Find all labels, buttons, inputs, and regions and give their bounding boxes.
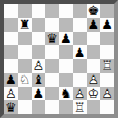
square-a3[interactable]: ♟ xyxy=(4,73,18,87)
white-n-piece: ♘ xyxy=(18,73,32,87)
square-b8[interactable] xyxy=(18,4,32,18)
square-c1[interactable] xyxy=(32,100,46,114)
square-d2[interactable] xyxy=(45,87,59,101)
black-p-piece: ♟ xyxy=(73,45,87,59)
square-f3[interactable] xyxy=(73,73,87,87)
square-d5[interactable] xyxy=(45,45,59,59)
white-p-piece-body: ♟ xyxy=(4,87,18,101)
white-p-piece: ♙ xyxy=(32,59,46,73)
square-g7[interactable]: ♟ xyxy=(87,18,101,32)
chess-board: ♚♜♟♟♛♟♟♟♙♜♖♟♞♘♝♟♙♟♙♟♞♟♙♚♔♟♙♛♜♖ xyxy=(4,4,114,114)
white-p-piece-body: ♟ xyxy=(100,87,114,101)
white-k-piece-body: ♚ xyxy=(87,87,101,101)
black-p-piece: ♟ xyxy=(100,18,114,32)
square-f7[interactable] xyxy=(73,18,87,32)
white-n-piece-body: ♞ xyxy=(18,73,32,87)
square-h3[interactable] xyxy=(100,73,114,87)
white-p-piece-body: ♟ xyxy=(32,59,46,73)
square-e2[interactable]: ♞ xyxy=(59,87,73,101)
square-b7[interactable]: ♜ xyxy=(18,18,32,32)
square-c8[interactable] xyxy=(32,4,46,18)
white-p-piece: ♙ xyxy=(4,87,18,101)
white-k-piece: ♔ xyxy=(87,87,101,101)
square-a6[interactable] xyxy=(4,32,18,46)
square-c6[interactable] xyxy=(32,32,46,46)
square-c3[interactable]: ♝ xyxy=(32,73,46,87)
square-b4[interactable] xyxy=(18,59,32,73)
square-g5[interactable] xyxy=(87,45,101,59)
square-e3[interactable] xyxy=(59,73,73,87)
square-e7[interactable] xyxy=(59,18,73,32)
square-f1[interactable]: ♜♖ xyxy=(73,100,87,114)
square-e5[interactable] xyxy=(59,45,73,59)
black-r-piece: ♜ xyxy=(18,18,32,32)
black-b-piece: ♝ xyxy=(32,73,46,87)
white-r-piece-body: ♜ xyxy=(100,59,114,73)
black-p-piece: ♟ xyxy=(87,18,101,32)
square-h6[interactable] xyxy=(100,32,114,46)
square-a5[interactable] xyxy=(4,45,18,59)
black-p-piece: ♟ xyxy=(59,32,73,46)
square-c4[interactable]: ♟♙ xyxy=(32,59,46,73)
square-b1[interactable] xyxy=(18,100,32,114)
white-r-piece: ♖ xyxy=(73,100,87,114)
square-c5[interactable] xyxy=(32,45,46,59)
square-d4[interactable] xyxy=(45,59,59,73)
square-g4[interactable] xyxy=(87,59,101,73)
square-f2[interactable]: ♟♙ xyxy=(73,87,87,101)
square-c2[interactable]: ♟ xyxy=(32,87,46,101)
square-a7[interactable] xyxy=(4,18,18,32)
white-r-piece: ♖ xyxy=(100,59,114,73)
square-h4[interactable]: ♜♖ xyxy=(100,59,114,73)
square-f6[interactable] xyxy=(73,32,87,46)
square-b5[interactable] xyxy=(18,45,32,59)
white-p-piece: ♙ xyxy=(100,87,114,101)
square-a1[interactable]: ♛ xyxy=(4,100,18,114)
square-h2[interactable]: ♟♙ xyxy=(100,87,114,101)
square-a2[interactable]: ♟♙ xyxy=(4,87,18,101)
black-n-piece: ♞ xyxy=(59,87,73,101)
square-f5[interactable]: ♟ xyxy=(73,45,87,59)
square-d8[interactable] xyxy=(45,4,59,18)
square-f4[interactable] xyxy=(73,59,87,73)
black-k-piece: ♚ xyxy=(87,4,101,18)
square-d6[interactable]: ♛ xyxy=(45,32,59,46)
black-q-piece: ♛ xyxy=(4,100,18,114)
square-e1[interactable] xyxy=(59,100,73,114)
square-e6[interactable]: ♟ xyxy=(59,32,73,46)
square-g6[interactable] xyxy=(87,32,101,46)
square-a8[interactable] xyxy=(4,4,18,18)
square-g2[interactable]: ♚♔ xyxy=(87,87,101,101)
square-g1[interactable] xyxy=(87,100,101,114)
square-h8[interactable] xyxy=(100,4,114,18)
square-g8[interactable]: ♚ xyxy=(87,4,101,18)
square-a4[interactable] xyxy=(4,59,18,73)
square-c7[interactable] xyxy=(32,18,46,32)
black-p-piece: ♟ xyxy=(32,87,46,101)
square-h5[interactable] xyxy=(100,45,114,59)
square-e8[interactable] xyxy=(59,4,73,18)
square-d3[interactable] xyxy=(45,73,59,87)
white-r-piece-body: ♜ xyxy=(73,100,87,114)
square-e4[interactable] xyxy=(59,59,73,73)
square-d7[interactable] xyxy=(45,18,59,32)
square-h1[interactable] xyxy=(100,100,114,114)
white-p-piece: ♙ xyxy=(73,87,87,101)
chess-diagram-frame: ♚♜♟♟♛♟♟♟♙♜♖♟♞♘♝♟♙♟♙♟♞♟♙♚♔♟♙♛♜♖ xyxy=(0,0,118,118)
black-q-piece: ♛ xyxy=(45,32,59,46)
white-p-piece-body: ♟ xyxy=(73,87,87,101)
square-f8[interactable] xyxy=(73,4,87,18)
square-d1[interactable] xyxy=(45,100,59,114)
square-h7[interactable]: ♟ xyxy=(100,18,114,32)
white-p-piece-body: ♟ xyxy=(87,73,101,87)
square-b6[interactable] xyxy=(18,32,32,46)
square-b3[interactable]: ♞♘ xyxy=(18,73,32,87)
square-b2[interactable] xyxy=(18,87,32,101)
white-p-piece: ♙ xyxy=(87,73,101,87)
black-p-piece: ♟ xyxy=(4,73,18,87)
square-g3[interactable]: ♟♙ xyxy=(87,73,101,87)
